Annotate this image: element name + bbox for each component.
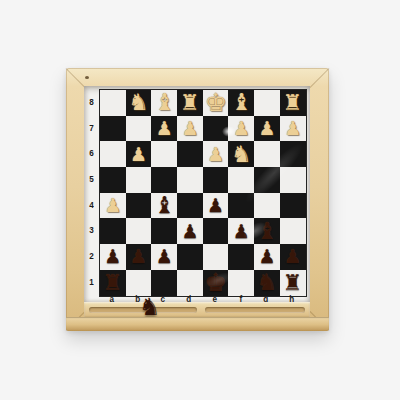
- square-e1[interactable]: ♚: [203, 270, 229, 296]
- square-f3[interactable]: ♟: [228, 218, 254, 244]
- square-a8[interactable]: [100, 90, 126, 116]
- square-h5[interactable]: [280, 167, 306, 193]
- piece-dark-pawn[interactable]: ♟: [207, 196, 224, 215]
- square-d3[interactable]: ♟: [177, 218, 203, 244]
- piece-light-rook[interactable]: ♜: [283, 92, 303, 114]
- square-e8[interactable]: ♚: [203, 90, 229, 116]
- square-d7[interactable]: ♟: [177, 116, 203, 142]
- square-b8[interactable]: ♞: [126, 90, 152, 116]
- piece-light-pawn[interactable]: ♟: [130, 145, 147, 164]
- rank-label-8: 8: [85, 89, 99, 115]
- square-d8[interactable]: ♜: [177, 90, 203, 116]
- square-a6[interactable]: [100, 141, 126, 167]
- piece-dark-pawn[interactable]: ♟: [181, 222, 198, 241]
- rank-label-6: 6: [85, 140, 99, 166]
- square-b3[interactable]: [126, 218, 152, 244]
- piece-dark-pawn[interactable]: ♟: [156, 247, 173, 266]
- captured-dark-knight-icon[interactable]: ♞: [139, 295, 161, 319]
- square-h3[interactable]: [280, 218, 306, 244]
- square-e4[interactable]: ♟: [203, 193, 229, 219]
- square-g5[interactable]: [254, 167, 280, 193]
- square-f7[interactable]: ♟: [228, 116, 254, 142]
- piece-light-pawn[interactable]: ♟: [104, 196, 121, 215]
- square-b4[interactable]: [126, 193, 152, 219]
- square-b1[interactable]: [126, 270, 152, 296]
- square-c2[interactable]: ♟: [151, 244, 177, 270]
- square-f5[interactable]: [228, 167, 254, 193]
- square-f1[interactable]: [228, 270, 254, 296]
- piece-dark-pawn[interactable]: ♟: [130, 247, 147, 266]
- piece-light-knight[interactable]: ♞: [128, 91, 149, 114]
- piece-light-pawn[interactable]: ♟: [258, 119, 275, 138]
- rank-label-3: 3: [85, 218, 99, 244]
- rank-label-2: 2: [85, 243, 99, 269]
- square-e2[interactable]: [203, 244, 229, 270]
- square-a7[interactable]: [100, 116, 126, 142]
- piece-dark-pawn[interactable]: ♟: [104, 247, 121, 266]
- piece-dark-pawn[interactable]: ♟: [258, 247, 275, 266]
- file-label-f: f: [229, 294, 252, 302]
- square-e7[interactable]: [203, 116, 229, 142]
- frame-bottom-rail: [66, 317, 329, 331]
- square-c1[interactable]: [151, 270, 177, 296]
- square-h8[interactable]: ♜: [280, 90, 306, 116]
- square-d4[interactable]: [177, 193, 203, 219]
- square-e5[interactable]: [203, 167, 229, 193]
- square-h1[interactable]: ♜: [280, 270, 306, 296]
- square-f8[interactable]: ♝: [228, 90, 254, 116]
- piece-light-pawn[interactable]: ♟: [233, 119, 250, 138]
- frame-miter-line: [66, 68, 86, 88]
- square-f2[interactable]: [228, 244, 254, 270]
- square-b7[interactable]: [126, 116, 152, 142]
- piece-light-pawn[interactable]: ♟: [284, 119, 301, 138]
- piece-dark-king[interactable]: ♚: [204, 270, 226, 295]
- square-g8[interactable]: [254, 90, 280, 116]
- board-panel: 87654321 ♞♝♜♚♝♜♟♟♟♟♟♟♟♞♟♝♟♟♟♝♟♟♟♟♟♜♚♞♜ a…: [84, 86, 310, 302]
- square-c3[interactable]: [151, 218, 177, 244]
- square-g2[interactable]: ♟: [254, 244, 280, 270]
- square-f4[interactable]: [228, 193, 254, 219]
- square-c5[interactable]: [151, 167, 177, 193]
- piece-dark-knight[interactable]: ♞: [257, 271, 278, 294]
- rank-label-7: 7: [85, 115, 99, 141]
- square-b5[interactable]: [126, 167, 152, 193]
- piece-light-pawn[interactable]: ♟: [207, 145, 224, 164]
- square-a3[interactable]: [100, 218, 126, 244]
- square-f6[interactable]: ♞: [228, 141, 254, 167]
- chess-board: ♞♝♜♚♝♜♟♟♟♟♟♟♟♞♟♝♟♟♟♝♟♟♟♟♟♜♚♞♜: [99, 89, 307, 297]
- rank-label-5: 5: [85, 166, 99, 192]
- piece-light-bishop[interactable]: ♝: [154, 91, 175, 114]
- square-c8[interactable]: ♝: [151, 90, 177, 116]
- file-label-a: a: [100, 294, 123, 302]
- rank-labels: 87654321: [84, 89, 99, 295]
- square-c6[interactable]: [151, 141, 177, 167]
- file-label-h: h: [280, 294, 303, 302]
- square-a2[interactable]: ♟: [100, 244, 126, 270]
- square-g7[interactable]: ♟: [254, 116, 280, 142]
- square-e6[interactable]: ♟: [203, 141, 229, 167]
- piece-dark-rook[interactable]: ♜: [283, 272, 303, 294]
- square-g1[interactable]: ♞: [254, 270, 280, 296]
- wood-knot: [85, 76, 89, 79]
- rank-label-4: 4: [85, 192, 99, 218]
- square-a5[interactable]: [100, 167, 126, 193]
- tray-groove: [205, 307, 305, 313]
- piece-dark-pawn[interactable]: ♟: [233, 222, 250, 241]
- piece-dark-bishop[interactable]: ♝: [154, 194, 175, 217]
- piece-light-pawn[interactable]: ♟: [181, 119, 198, 138]
- square-a4[interactable]: ♟: [100, 193, 126, 219]
- square-a1[interactable]: ♜: [100, 270, 126, 296]
- piece-tray: [84, 302, 310, 318]
- square-c4[interactable]: ♝: [151, 193, 177, 219]
- square-d6[interactable]: [177, 141, 203, 167]
- frame-miter-line: [310, 68, 330, 88]
- square-d1[interactable]: [177, 270, 203, 296]
- file-label-e: e: [203, 294, 226, 302]
- square-c7[interactable]: ♟: [151, 116, 177, 142]
- piece-dark-bishop[interactable]: ♝: [257, 220, 278, 243]
- product-photo: 87654321 ♞♝♜♚♝♜♟♟♟♟♟♟♟♞♟♝♟♟♟♝♟♟♟♟♟♜♚♞♜ a…: [0, 0, 400, 400]
- piece-dark-pawn[interactable]: ♟: [284, 247, 301, 266]
- square-g6[interactable]: [254, 141, 280, 167]
- square-h6[interactable]: [280, 141, 306, 167]
- piece-light-king[interactable]: ♚: [204, 90, 226, 115]
- file-labels: abcdefgh: [99, 294, 305, 302]
- piece-light-rook[interactable]: ♜: [180, 92, 200, 114]
- piece-light-pawn[interactable]: ♟: [156, 119, 173, 138]
- square-h7[interactable]: ♟: [280, 116, 306, 142]
- piece-light-knight[interactable]: ♞: [231, 143, 252, 166]
- square-h4[interactable]: [280, 193, 306, 219]
- square-g3[interactable]: ♝: [254, 218, 280, 244]
- square-d2[interactable]: [177, 244, 203, 270]
- square-b2[interactable]: ♟: [126, 244, 152, 270]
- square-b6[interactable]: ♟: [126, 141, 152, 167]
- file-label-g: g: [255, 294, 278, 302]
- square-g4[interactable]: [254, 193, 280, 219]
- piece-light-bishop[interactable]: ♝: [231, 91, 252, 114]
- square-d5[interactable]: [177, 167, 203, 193]
- square-h2[interactable]: ♟: [280, 244, 306, 270]
- rank-label-1: 1: [85, 269, 99, 295]
- file-label-d: d: [177, 294, 200, 302]
- piece-dark-rook[interactable]: ♜: [103, 272, 123, 294]
- square-e3[interactable]: [203, 218, 229, 244]
